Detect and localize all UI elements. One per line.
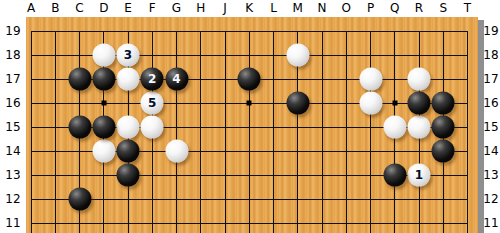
stone-black-C17 <box>68 68 91 91</box>
column-label-N: N <box>318 1 327 15</box>
row-label-13: 13 <box>5 168 20 182</box>
column-label-A: A <box>27 1 35 15</box>
column-label-K: K <box>245 1 253 15</box>
star-point-D16 <box>101 101 106 106</box>
row-label-18: 18 <box>483 48 498 62</box>
column-label-P: P <box>367 1 374 15</box>
stone-white-D18 <box>92 44 115 67</box>
row-label-19: 19 <box>483 24 498 38</box>
stone-black-S14 <box>432 140 455 163</box>
column-label-F: F <box>149 1 156 15</box>
stone-white-F16: 5 <box>141 92 164 115</box>
stone-white-P17 <box>359 68 382 91</box>
column-label-O: O <box>342 1 351 15</box>
move-number: 2 <box>148 68 156 91</box>
row-label-13: 13 <box>483 168 498 182</box>
stone-white-R17 <box>408 68 431 91</box>
stone-black-E14 <box>117 140 140 163</box>
stone-black-S16 <box>432 92 455 115</box>
column-label-Q: Q <box>390 1 399 15</box>
column-label-C: C <box>75 1 83 15</box>
stone-black-D17 <box>92 68 115 91</box>
stone-white-R13: 1 <box>408 164 431 187</box>
stone-white-R15 <box>408 116 431 139</box>
stone-white-D14 <box>92 140 115 163</box>
row-label-11: 11 <box>483 216 498 230</box>
row-label-12: 12 <box>5 192 20 206</box>
stone-white-M18 <box>286 44 309 67</box>
stone-black-K17 <box>238 68 261 91</box>
move-number: 5 <box>148 92 156 115</box>
column-label-B: B <box>51 1 59 15</box>
row-label-17: 17 <box>483 72 498 86</box>
star-point-Q16 <box>392 101 397 106</box>
move-number: 4 <box>172 68 180 91</box>
column-label-E: E <box>124 1 132 15</box>
stone-black-C12 <box>68 188 91 211</box>
star-point-K16 <box>247 101 252 106</box>
row-label-16: 16 <box>5 96 20 110</box>
column-label-T: T <box>464 1 471 15</box>
stone-black-Q13 <box>383 164 406 187</box>
stone-black-M16 <box>286 92 309 115</box>
column-label-M: M <box>293 1 303 15</box>
stone-white-E17 <box>117 68 140 91</box>
stone-black-E13 <box>117 164 140 187</box>
go-board-diagram: ABCDEFGHJKLMNOPQRST 191817161514131211 1… <box>0 0 500 233</box>
row-label-11: 11 <box>5 216 20 230</box>
column-label-J: J <box>223 1 227 15</box>
row-label-12: 12 <box>483 192 498 206</box>
row-label-14: 14 <box>5 144 20 158</box>
column-label-G: G <box>172 1 181 15</box>
stone-black-F17: 2 <box>141 68 164 91</box>
row-label-19: 19 <box>5 24 20 38</box>
stone-white-E18: 3 <box>117 44 140 67</box>
row-label-18: 18 <box>5 48 20 62</box>
column-label-H: H <box>196 1 205 15</box>
stone-black-R16 <box>408 92 431 115</box>
row-label-15: 15 <box>483 120 498 134</box>
column-label-R: R <box>415 1 423 15</box>
stone-black-G17: 4 <box>165 68 188 91</box>
column-label-L: L <box>270 1 277 15</box>
stone-white-E15 <box>117 116 140 139</box>
row-label-17: 17 <box>5 72 20 86</box>
stone-black-D15 <box>92 116 115 139</box>
stone-white-G14 <box>165 140 188 163</box>
move-number: 3 <box>124 44 132 67</box>
row-label-16: 16 <box>483 96 498 110</box>
column-label-S: S <box>439 1 447 15</box>
stone-white-F15 <box>141 116 164 139</box>
stone-white-Q15 <box>383 116 406 139</box>
stone-black-S15 <box>432 116 455 139</box>
stone-white-P16 <box>359 92 382 115</box>
row-label-15: 15 <box>5 120 20 134</box>
row-label-14: 14 <box>483 144 498 158</box>
column-label-D: D <box>99 1 108 15</box>
move-number: 1 <box>415 164 423 187</box>
stone-black-C15 <box>68 116 91 139</box>
